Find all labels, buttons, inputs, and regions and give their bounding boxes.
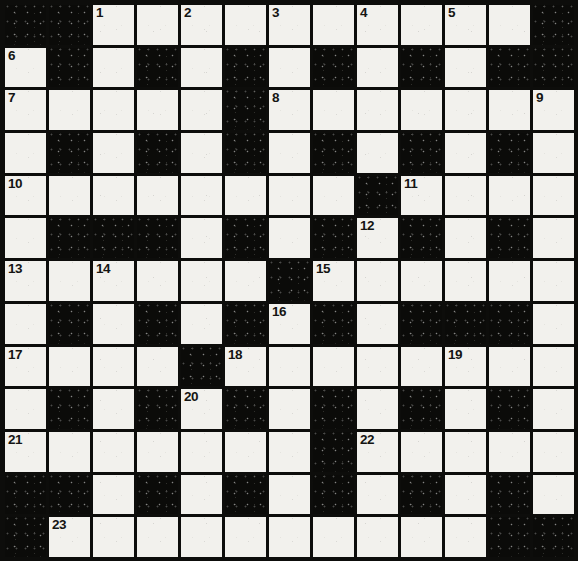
black-cell-r8c12 — [489, 304, 530, 344]
white-cell-r9c9[interactable] — [357, 347, 398, 387]
white-cell-r12c5[interactable] — [181, 475, 222, 515]
white-cell-r9c12[interactable] — [489, 347, 530, 387]
black-cell-r2c10 — [401, 48, 442, 88]
white-cell-r13c9[interactable] — [357, 517, 398, 557]
black-cell-r8c4 — [137, 304, 178, 344]
white-cell-r5c10[interactable]: 11 — [401, 176, 442, 216]
white-cell-r3c7[interactable]: 8 — [269, 90, 310, 130]
white-cell-r11c13[interactable] — [533, 432, 574, 472]
black-cell-r8c10 — [401, 304, 442, 344]
clue-number-15: 15 — [316, 261, 330, 277]
black-cell-r6c3 — [93, 218, 134, 258]
clue-number-13: 13 — [8, 261, 22, 277]
white-cell-r8c13[interactable] — [533, 304, 574, 344]
black-cell-r8c2 — [49, 304, 90, 344]
black-cell-r10c6 — [225, 389, 266, 429]
white-cell-r5c6[interactable] — [225, 176, 266, 216]
white-cell-r13c5[interactable] — [181, 517, 222, 557]
white-cell-r4c13[interactable] — [533, 133, 574, 173]
white-cell-r13c6[interactable] — [225, 517, 266, 557]
white-cell-r7c6[interactable] — [225, 261, 266, 301]
white-cell-r2c7[interactable] — [269, 48, 310, 88]
white-cell-r12c7[interactable] — [269, 475, 310, 515]
black-cell-r2c13 — [533, 48, 574, 88]
white-cell-r10c13[interactable] — [533, 389, 574, 429]
black-cell-r3c6 — [225, 90, 266, 130]
white-cell-r13c8[interactable] — [313, 517, 354, 557]
white-cell-r4c1[interactable] — [5, 133, 46, 173]
clue-number-16: 16 — [272, 304, 286, 320]
white-cell-r12c3[interactable] — [93, 475, 134, 515]
black-cell-r6c12 — [489, 218, 530, 258]
clue-number-6: 6 — [8, 48, 15, 64]
white-cell-r3c12[interactable] — [489, 90, 530, 130]
white-cell-r4c3[interactable] — [93, 133, 134, 173]
white-cell-r3c3[interactable] — [93, 90, 134, 130]
white-cell-r8c5[interactable] — [181, 304, 222, 344]
white-cell-r8c3[interactable] — [93, 304, 134, 344]
black-cell-r7c7 — [269, 261, 310, 301]
white-cell-r10c1[interactable] — [5, 389, 46, 429]
clue-number-2: 2 — [184, 5, 191, 21]
black-cell-r1c1 — [5, 5, 46, 45]
white-cell-r11c3[interactable] — [93, 432, 134, 472]
black-cell-r12c8 — [313, 475, 354, 515]
white-cell-r7c5[interactable] — [181, 261, 222, 301]
black-cell-r8c6 — [225, 304, 266, 344]
white-cell-r10c9[interactable] — [357, 389, 398, 429]
white-cell-r5c3[interactable] — [93, 176, 134, 216]
white-cell-r6c5[interactable] — [181, 218, 222, 258]
clue-number-4: 4 — [360, 5, 367, 21]
clue-number-11: 11 — [404, 176, 417, 192]
white-cell-r11c11[interactable] — [445, 432, 486, 472]
black-cell-r6c4 — [137, 218, 178, 258]
white-cell-r5c2[interactable] — [49, 176, 90, 216]
white-cell-r1c12[interactable] — [489, 5, 530, 45]
black-cell-r10c2 — [49, 389, 90, 429]
black-cell-r4c2 — [49, 133, 90, 173]
black-cell-r11c8 — [313, 432, 354, 472]
white-cell-r2c3[interactable] — [93, 48, 134, 88]
white-cell-r13c3[interactable] — [93, 517, 134, 557]
white-cell-r5c13[interactable] — [533, 176, 574, 216]
white-cell-r5c7[interactable] — [269, 176, 310, 216]
black-cell-r9c5 — [181, 347, 222, 387]
black-cell-r10c10 — [401, 389, 442, 429]
white-cell-r7c8[interactable]: 15 — [313, 261, 354, 301]
white-cell-r5c8[interactable] — [313, 176, 354, 216]
white-cell-r11c1[interactable]: 21 — [5, 432, 46, 472]
white-cell-r11c5[interactable] — [181, 432, 222, 472]
white-cell-r10c7[interactable] — [269, 389, 310, 429]
white-cell-r7c13[interactable] — [533, 261, 574, 301]
white-cell-r3c4[interactable] — [137, 90, 178, 130]
white-cell-r4c7[interactable] — [269, 133, 310, 173]
black-cell-r8c11 — [445, 304, 486, 344]
black-cell-r2c6 — [225, 48, 266, 88]
white-cell-r4c11[interactable] — [445, 133, 486, 173]
clue-number-19: 19 — [448, 347, 462, 363]
white-cell-r7c2[interactable] — [49, 261, 90, 301]
white-cell-r11c10[interactable] — [401, 432, 442, 472]
white-cell-r10c5[interactable]: 20 — [181, 389, 222, 429]
white-cell-r9c10[interactable] — [401, 347, 442, 387]
clue-number-5: 5 — [448, 5, 455, 21]
white-cell-r1c10[interactable] — [401, 5, 442, 45]
black-cell-r6c8 — [313, 218, 354, 258]
white-cell-r8c9[interactable] — [357, 304, 398, 344]
black-cell-r8c8 — [313, 304, 354, 344]
black-cell-r6c10 — [401, 218, 442, 258]
clue-number-7: 7 — [8, 90, 15, 106]
white-cell-r3c1[interactable]: 7 — [5, 90, 46, 130]
white-cell-r13c10[interactable] — [401, 517, 442, 557]
black-cell-r10c12 — [489, 389, 530, 429]
crossword-screenshot: 1234567891011121314151617181920212223 — [0, 0, 578, 561]
clue-number-17: 17 — [8, 347, 22, 363]
white-cell-r1c7[interactable]: 3 — [269, 5, 310, 45]
white-cell-r3c9[interactable] — [357, 90, 398, 130]
black-cell-r13c1 — [5, 517, 46, 557]
white-cell-r4c9[interactable] — [357, 133, 398, 173]
white-cell-r9c4[interactable] — [137, 347, 178, 387]
clue-number-20: 20 — [184, 389, 198, 405]
clue-number-23: 23 — [52, 517, 66, 533]
white-cell-r13c4[interactable] — [137, 517, 178, 557]
black-cell-r12c1 — [5, 475, 46, 515]
black-cell-r10c8 — [313, 389, 354, 429]
white-cell-r1c6[interactable] — [225, 5, 266, 45]
white-cell-r12c11[interactable] — [445, 475, 486, 515]
clue-number-12: 12 — [360, 218, 374, 234]
black-cell-r12c12 — [489, 475, 530, 515]
white-cell-r2c1[interactable]: 6 — [5, 48, 46, 88]
black-cell-r12c2 — [49, 475, 90, 515]
white-cell-r1c8[interactable] — [313, 5, 354, 45]
white-cell-r9c8[interactable] — [313, 347, 354, 387]
white-cell-r6c9[interactable]: 12 — [357, 218, 398, 258]
white-cell-r6c11[interactable] — [445, 218, 486, 258]
crossword-board: 1234567891011121314151617181920212223 — [0, 0, 578, 561]
white-cell-r11c12[interactable] — [489, 432, 530, 472]
clue-number-10: 10 — [8, 176, 22, 192]
white-cell-r7c12[interactable] — [489, 261, 530, 301]
white-cell-r2c9[interactable] — [357, 48, 398, 88]
black-cell-r12c10 — [401, 475, 442, 515]
white-cell-r5c5[interactable] — [181, 176, 222, 216]
black-cell-r4c8 — [313, 133, 354, 173]
clue-number-22: 22 — [360, 432, 374, 448]
black-cell-r2c8 — [313, 48, 354, 88]
black-cell-r12c6 — [225, 475, 266, 515]
white-cell-r7c10[interactable] — [401, 261, 442, 301]
white-cell-r6c13[interactable] — [533, 218, 574, 258]
white-cell-r3c5[interactable] — [181, 90, 222, 130]
white-cell-r12c13[interactable] — [533, 475, 574, 515]
white-cell-r11c4[interactable] — [137, 432, 178, 472]
white-cell-r3c11[interactable] — [445, 90, 486, 130]
white-cell-r9c3[interactable] — [93, 347, 134, 387]
white-cell-r2c5[interactable] — [181, 48, 222, 88]
white-cell-r1c5[interactable]: 2 — [181, 5, 222, 45]
white-cell-r2c11[interactable] — [445, 48, 486, 88]
white-cell-r1c3[interactable]: 1 — [93, 5, 134, 45]
black-cell-r4c4 — [137, 133, 178, 173]
white-cell-r5c4[interactable] — [137, 176, 178, 216]
white-cell-r3c13[interactable]: 9 — [533, 90, 574, 130]
white-cell-r9c13[interactable] — [533, 347, 574, 387]
white-cell-r7c9[interactable] — [357, 261, 398, 301]
clue-number-21: 21 — [8, 432, 22, 448]
clue-number-9: 9 — [536, 90, 543, 106]
white-cell-r5c12[interactable] — [489, 176, 530, 216]
white-cell-r9c2[interactable] — [49, 347, 90, 387]
white-cell-r5c1[interactable]: 10 — [5, 176, 46, 216]
white-cell-r9c7[interactable] — [269, 347, 310, 387]
white-cell-r13c7[interactable] — [269, 517, 310, 557]
white-cell-r11c7[interactable] — [269, 432, 310, 472]
white-cell-r7c3[interactable]: 14 — [93, 261, 134, 301]
white-cell-r11c9[interactable]: 22 — [357, 432, 398, 472]
white-cell-r5c11[interactable] — [445, 176, 486, 216]
white-cell-r6c1[interactable] — [5, 218, 46, 258]
white-cell-r13c2[interactable]: 23 — [49, 517, 90, 557]
black-cell-r10c4 — [137, 389, 178, 429]
black-cell-r2c4 — [137, 48, 178, 88]
black-cell-r1c2 — [49, 5, 90, 45]
white-cell-r9c1[interactable]: 17 — [5, 347, 46, 387]
white-cell-r3c8[interactable] — [313, 90, 354, 130]
white-cell-r7c11[interactable] — [445, 261, 486, 301]
white-cell-r6c7[interactable] — [269, 218, 310, 258]
white-cell-r1c4[interactable] — [137, 5, 178, 45]
white-cell-r1c11[interactable]: 5 — [445, 5, 486, 45]
white-cell-r10c11[interactable] — [445, 389, 486, 429]
white-cell-r8c1[interactable] — [5, 304, 46, 344]
clue-number-8: 8 — [272, 90, 279, 106]
white-cell-r3c2[interactable] — [49, 90, 90, 130]
black-cell-r6c2 — [49, 218, 90, 258]
black-cell-r2c12 — [489, 48, 530, 88]
white-cell-r10c3[interactable] — [93, 389, 134, 429]
white-cell-r9c6[interactable]: 18 — [225, 347, 266, 387]
white-cell-r7c1[interactable]: 13 — [5, 261, 46, 301]
white-cell-r4c5[interactable] — [181, 133, 222, 173]
white-cell-r11c2[interactable] — [49, 432, 90, 472]
clue-number-18: 18 — [228, 347, 242, 363]
clue-number-1: 1 — [96, 5, 103, 21]
white-cell-r1c9[interactable]: 4 — [357, 5, 398, 45]
white-cell-r9c11[interactable]: 19 — [445, 347, 486, 387]
white-cell-r13c11[interactable] — [445, 517, 486, 557]
black-cell-r4c10 — [401, 133, 442, 173]
clue-number-14: 14 — [96, 261, 110, 277]
white-cell-r8c7[interactable]: 16 — [269, 304, 310, 344]
white-cell-r12c9[interactable] — [357, 475, 398, 515]
black-cell-r5c9 — [357, 176, 398, 216]
black-cell-r13c13 — [533, 517, 574, 557]
black-cell-r2c2 — [49, 48, 90, 88]
black-cell-r13c12 — [489, 517, 530, 557]
white-cell-r7c4[interactable] — [137, 261, 178, 301]
black-cell-r1c13 — [533, 5, 574, 45]
black-cell-r4c12 — [489, 133, 530, 173]
black-cell-r12c4 — [137, 475, 178, 515]
black-cell-r6c6 — [225, 218, 266, 258]
white-cell-r3c10[interactable] — [401, 90, 442, 130]
white-cell-r11c6[interactable] — [225, 432, 266, 472]
black-cell-r4c6 — [225, 133, 266, 173]
clue-number-3: 3 — [272, 5, 279, 21]
